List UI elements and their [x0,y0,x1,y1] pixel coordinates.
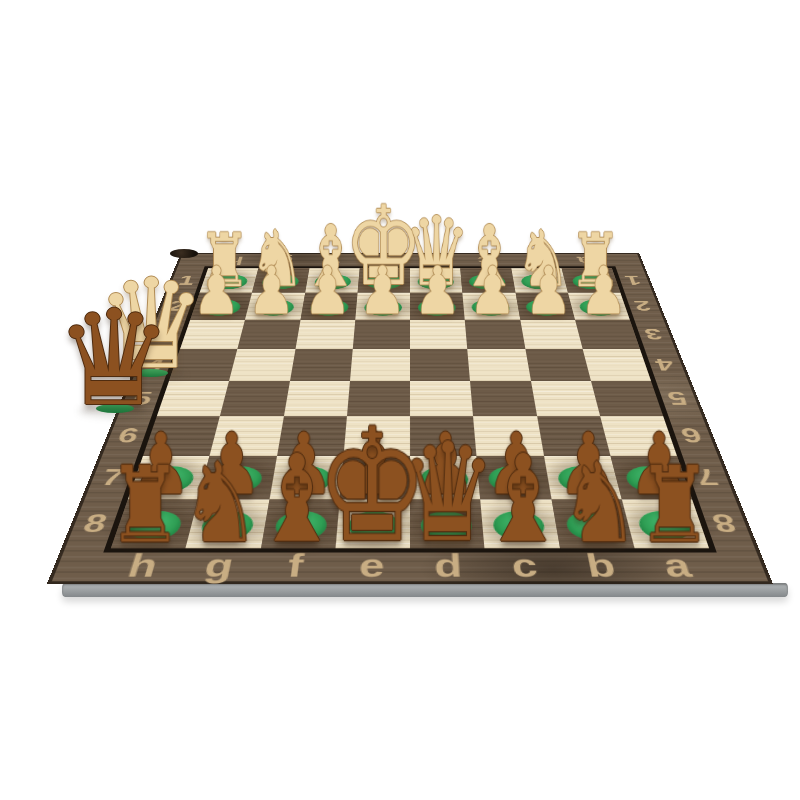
square-f4[interactable] [290,349,353,381]
square-c4[interactable] [467,349,530,381]
square-c3[interactable] [465,320,525,349]
square-e8[interactable]: ♚ [335,499,410,548]
square-e4[interactable] [350,349,410,381]
square-g4[interactable] [229,349,295,381]
perspective-scene: hgfedcba hgfedcba 12345678 12345678 ♜♞♝♚… [129,100,691,662]
square-a4[interactable] [582,349,651,381]
coord-label: 4 [650,349,679,381]
white-pawn[interactable]: ♟ [530,258,677,324]
black-extra-queen[interactable]: ♛ [48,292,180,424]
square-f3[interactable] [295,320,355,349]
square-b4[interactable] [525,349,591,381]
square-c5[interactable] [470,381,536,416]
square-a2[interactable]: ♟ [568,293,630,320]
square-b5[interactable] [531,381,600,416]
square-d4[interactable] [410,349,470,381]
square-b3[interactable] [520,320,583,349]
square-a3[interactable] [575,320,640,349]
black-king[interactable]: ♚ [271,408,473,565]
coord-label: 5 [662,381,694,416]
coord-label: 3 [640,320,668,349]
square-d3[interactable] [410,320,467,349]
square-g3[interactable] [238,320,301,349]
square-a5[interactable] [591,381,664,416]
chess-set-photo: hgfedcba hgfedcba 12345678 12345678 ♜♞♝♚… [0,0,800,800]
square-e3[interactable] [353,320,410,349]
